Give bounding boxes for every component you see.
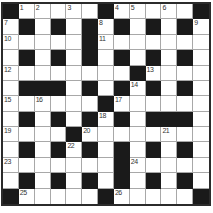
cell-r12-c13[interactable] xyxy=(193,173,209,188)
clue-number-5: 5 xyxy=(131,4,134,12)
cell-r1-c10[interactable] xyxy=(146,4,162,19)
clue-number-26: 26 xyxy=(115,189,122,197)
clue-number-19: 19 xyxy=(4,127,11,135)
cell-r5-c6[interactable] xyxy=(82,66,98,81)
cell-r13-c10[interactable] xyxy=(146,189,162,204)
clue-number-22: 22 xyxy=(67,142,74,150)
cell-r11-c13[interactable] xyxy=(193,158,209,173)
cell-r13-c13-black xyxy=(193,189,209,204)
cell-r1-c7-black xyxy=(98,4,114,19)
cell-r12-c4-black xyxy=(51,173,67,188)
cell-r4-c7[interactable] xyxy=(98,50,114,65)
cell-r1-c2[interactable]: 1 xyxy=(19,4,35,19)
cell-r6-c5[interactable] xyxy=(66,81,82,96)
cell-r8-c13[interactable] xyxy=(193,112,209,127)
cell-r12-c1[interactable] xyxy=(3,173,19,188)
clue-number-4: 4 xyxy=(115,4,118,12)
cell-r8-c9[interactable] xyxy=(130,112,146,127)
clue-number-6: 6 xyxy=(162,4,165,12)
cell-r5-c12[interactable] xyxy=(177,66,193,81)
cell-r8-c4-black xyxy=(51,112,67,127)
cell-r7-c3[interactable]: 16 xyxy=(35,96,51,111)
cell-r8-c7[interactable]: 18 xyxy=(98,112,114,127)
cell-r13-c6[interactable] xyxy=(82,189,98,204)
cell-r8-c11-black xyxy=(161,112,177,127)
cell-r5-c9-black xyxy=(130,66,146,81)
cell-r9-c10[interactable] xyxy=(146,127,162,142)
cell-r7-c2[interactable] xyxy=(19,96,35,111)
cell-r7-c10[interactable] xyxy=(146,96,162,111)
cell-r9-c3[interactable] xyxy=(35,127,51,142)
cell-r10-c2-black xyxy=(19,142,35,157)
cell-r4-c6-black xyxy=(82,50,98,65)
cell-r4-c13[interactable] xyxy=(193,50,209,65)
cell-r5-c3[interactable] xyxy=(35,66,51,81)
cell-r13-c1-black xyxy=(3,189,19,204)
cell-r9-c9[interactable] xyxy=(130,127,146,142)
cell-r6-c7[interactable] xyxy=(98,81,114,96)
cell-r2-c1[interactable]: 7 xyxy=(3,19,19,34)
cell-r3-c11[interactable] xyxy=(161,35,177,50)
cell-r8-c3[interactable] xyxy=(35,112,51,127)
cell-r7-c4[interactable] xyxy=(51,96,67,111)
cell-r4-c12-black xyxy=(177,50,193,65)
cell-r9-c6[interactable]: 20 xyxy=(82,127,98,142)
cell-r2-c11[interactable] xyxy=(161,19,177,34)
clue-number-14: 14 xyxy=(131,81,138,89)
cell-r6-c9[interactable]: 14 xyxy=(130,81,146,96)
cell-r9-c8[interactable] xyxy=(114,127,130,142)
cell-r2-c4-black xyxy=(51,19,67,34)
cell-r11-c8-black xyxy=(114,158,130,173)
cell-r7-c9[interactable] xyxy=(130,96,146,111)
cell-r7-c13[interactable] xyxy=(193,96,209,111)
cell-r9-c12[interactable] xyxy=(177,127,193,142)
cell-r5-c11[interactable] xyxy=(161,66,177,81)
cell-r10-c13[interactable] xyxy=(193,142,209,157)
cell-r8-c8-black xyxy=(114,112,130,127)
cell-r10-c8-black xyxy=(114,142,130,157)
cell-r10-c3[interactable] xyxy=(35,142,51,157)
cell-r8-c2-black xyxy=(19,112,35,127)
cell-r12-c11[interactable] xyxy=(161,173,177,188)
cell-r3-c1[interactable]: 10 xyxy=(3,35,19,50)
cell-r8-c5[interactable] xyxy=(66,112,82,127)
cell-r6-c2-black xyxy=(19,81,35,96)
cell-r5-c8[interactable] xyxy=(114,66,130,81)
cell-r13-c5[interactable] xyxy=(66,189,82,204)
crossword-screenshot: 1234567891011121314151617181920212223242… xyxy=(0,0,213,213)
cell-r12-c10-black xyxy=(146,173,162,188)
clue-number-1: 1 xyxy=(20,4,23,12)
cell-r3-c5[interactable] xyxy=(66,35,82,50)
cell-r5-c4[interactable] xyxy=(51,66,67,81)
cell-r2-c12-black xyxy=(177,19,193,34)
cell-r10-c7[interactable] xyxy=(98,142,114,157)
cell-r10-c4-black xyxy=(51,142,67,157)
cell-r3-c3[interactable] xyxy=(35,35,51,50)
cell-r2-c10-black xyxy=(146,19,162,34)
cell-r1-c6[interactable] xyxy=(82,4,98,19)
cell-r1-c8[interactable]: 4 xyxy=(114,4,130,19)
cell-r10-c5[interactable]: 22 xyxy=(66,142,82,157)
cell-r2-c7[interactable]: 8 xyxy=(98,19,114,34)
cell-r3-c12[interactable] xyxy=(177,35,193,50)
cell-r11-c11[interactable] xyxy=(161,158,177,173)
cell-r7-c5[interactable] xyxy=(66,96,82,111)
cell-r8-c6-black xyxy=(82,112,98,127)
cell-r11-c9[interactable]: 24 xyxy=(130,158,146,173)
cell-r3-c4[interactable] xyxy=(51,35,67,50)
cell-r5-c5[interactable] xyxy=(66,66,82,81)
clue-number-17: 17 xyxy=(115,96,122,104)
cell-r4-c2-black xyxy=(19,50,35,65)
clue-number-11: 11 xyxy=(99,35,105,43)
cell-r3-c6-black xyxy=(82,35,98,50)
cell-r10-c10-black xyxy=(146,142,162,157)
cell-r1-c9[interactable]: 5 xyxy=(130,4,146,19)
cell-r7-c6[interactable] xyxy=(82,96,98,111)
cell-r1-c12[interactable] xyxy=(177,4,193,19)
clue-number-18: 18 xyxy=(99,112,106,120)
cell-r2-c6-black xyxy=(82,19,98,34)
cell-r12-c12-black xyxy=(177,173,193,188)
crossword-grid: 1234567891011121314151617181920212223242… xyxy=(1,2,211,206)
cell-r2-c3[interactable] xyxy=(35,19,51,34)
cell-r12-c5[interactable] xyxy=(66,173,82,188)
cell-r2-c13[interactable]: 9 xyxy=(193,19,209,34)
cell-r3-c9[interactable] xyxy=(130,35,146,50)
cell-r6-c8-black xyxy=(114,81,130,96)
cell-r3-c2[interactable] xyxy=(19,35,35,50)
cell-r1-c1-black xyxy=(3,4,19,19)
cell-r5-c10[interactable]: 13 xyxy=(146,66,162,81)
cell-r10-c11[interactable] xyxy=(161,142,177,157)
cell-r4-c1[interactable] xyxy=(3,50,19,65)
cell-r11-c2[interactable] xyxy=(19,158,35,173)
cell-r3-c7[interactable]: 11 xyxy=(98,35,114,50)
cell-r4-c3[interactable] xyxy=(35,50,51,65)
cell-r12-c2-black xyxy=(19,173,35,188)
cell-r8-c12-black xyxy=(177,112,193,127)
cell-r2-c8-black xyxy=(114,19,130,34)
cell-r5-c2[interactable] xyxy=(19,66,35,81)
cell-r3-c13[interactable] xyxy=(193,35,209,50)
cell-r1-c11[interactable]: 6 xyxy=(161,4,177,19)
cell-r13-c12[interactable] xyxy=(177,189,193,204)
cell-r11-c3[interactable] xyxy=(35,158,51,173)
cell-r6-c4-black xyxy=(51,81,67,96)
cell-r11-c5[interactable] xyxy=(66,158,82,173)
clue-number-9: 9 xyxy=(194,19,197,27)
cell-r12-c7[interactable] xyxy=(98,173,114,188)
cell-r9-c7[interactable] xyxy=(98,127,114,142)
clue-number-2: 2 xyxy=(36,4,39,12)
cell-r1-c13-black xyxy=(193,4,209,19)
cell-r1-c4[interactable] xyxy=(51,4,67,19)
cell-r6-c13[interactable] xyxy=(193,81,209,96)
cell-r8-c1[interactable] xyxy=(3,112,19,127)
cell-r11-c12[interactable] xyxy=(177,158,193,173)
cell-r13-c8[interactable]: 26 xyxy=(114,189,130,204)
cell-r12-c9[interactable] xyxy=(130,173,146,188)
cell-r3-c8[interactable] xyxy=(114,35,130,50)
cell-r9-c13[interactable] xyxy=(193,127,209,142)
cell-r11-c10[interactable] xyxy=(146,158,162,173)
cell-r11-c6[interactable] xyxy=(82,158,98,173)
cell-r4-c4-black xyxy=(51,50,67,65)
cell-r13-c2[interactable]: 25 xyxy=(19,189,35,204)
clue-number-3: 3 xyxy=(67,4,70,12)
cell-r10-c9[interactable] xyxy=(130,142,146,157)
cell-r9-c5-black xyxy=(66,127,82,142)
cell-r13-c3[interactable] xyxy=(35,189,51,204)
cell-r5-c1[interactable]: 12 xyxy=(3,66,19,81)
cell-r4-c9[interactable] xyxy=(130,50,146,65)
cell-r6-c3-black xyxy=(35,81,51,96)
cell-r12-c8-black xyxy=(114,173,130,188)
cell-r7-c1[interactable]: 15 xyxy=(3,96,19,111)
cell-r6-c12-black xyxy=(177,81,193,96)
clue-number-15: 15 xyxy=(4,96,11,104)
cell-r2-c9[interactable] xyxy=(130,19,146,34)
cell-r10-c1[interactable] xyxy=(3,142,19,157)
clue-number-13: 13 xyxy=(147,66,154,74)
clue-number-24: 24 xyxy=(131,158,138,166)
cell-r12-c3[interactable] xyxy=(35,173,51,188)
cell-r5-c13[interactable] xyxy=(193,66,209,81)
cell-r9-c4[interactable] xyxy=(51,127,67,142)
cell-r9-c11[interactable]: 21 xyxy=(161,127,177,142)
cell-r7-c7-black xyxy=(98,96,114,111)
cell-r4-c8-black xyxy=(114,50,130,65)
cell-r7-c12[interactable] xyxy=(177,96,193,111)
cell-r4-c5[interactable] xyxy=(66,50,82,65)
cell-r6-c6-black xyxy=(82,81,98,96)
cell-r9-c2[interactable] xyxy=(19,127,35,142)
clue-number-20: 20 xyxy=(83,127,90,135)
cell-r1-c5[interactable]: 3 xyxy=(66,4,82,19)
cell-r10-c12-black xyxy=(177,142,193,157)
cell-r5-c7[interactable] xyxy=(98,66,114,81)
cell-r13-c11[interactable] xyxy=(161,189,177,204)
clue-number-21: 21 xyxy=(162,127,169,135)
cell-r13-c7-black xyxy=(98,189,114,204)
cell-r11-c7[interactable] xyxy=(98,158,114,173)
clue-number-8: 8 xyxy=(99,19,102,27)
cell-r1-c3[interactable]: 2 xyxy=(35,4,51,19)
cell-r7-c8[interactable]: 17 xyxy=(114,96,130,111)
cell-r13-c4[interactable] xyxy=(51,189,67,204)
cell-r3-c10[interactable] xyxy=(146,35,162,50)
clue-number-25: 25 xyxy=(20,189,27,197)
cell-r11-c1[interactable]: 23 xyxy=(3,158,19,173)
cell-r6-c1[interactable] xyxy=(3,81,19,96)
clue-number-12: 12 xyxy=(4,66,11,74)
clue-number-10: 10 xyxy=(4,35,11,43)
clue-number-23: 23 xyxy=(4,158,11,166)
cell-r8-c10-black xyxy=(146,112,162,127)
cell-r9-c1[interactable]: 19 xyxy=(3,127,19,142)
cell-r10-c6-black xyxy=(82,142,98,157)
cell-r13-c9[interactable] xyxy=(130,189,146,204)
cell-r11-c4[interactable] xyxy=(51,158,67,173)
cell-r4-c11[interactable] xyxy=(161,50,177,65)
cell-r4-c10-black xyxy=(146,50,162,65)
cell-r6-c11[interactable] xyxy=(161,81,177,96)
clue-number-16: 16 xyxy=(36,96,43,104)
cell-r12-c6-black xyxy=(82,173,98,188)
cell-r6-c10-black xyxy=(146,81,162,96)
cell-r2-c5[interactable] xyxy=(66,19,82,34)
cell-r7-c11[interactable] xyxy=(161,96,177,111)
cell-r2-c2-black xyxy=(19,19,35,34)
clue-number-7: 7 xyxy=(4,19,7,27)
